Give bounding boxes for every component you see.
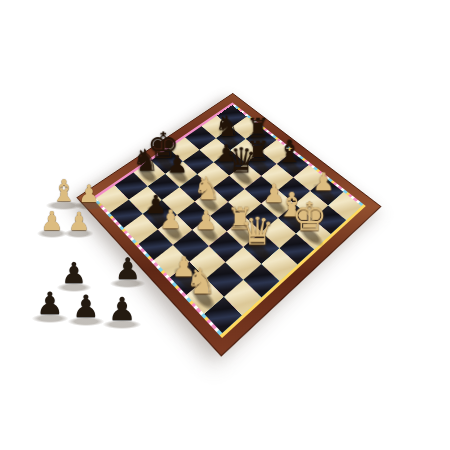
piece-wN-d5[interactable]: ♞ xyxy=(187,173,229,204)
captured-black-p: ♟ xyxy=(115,254,142,284)
captured-black-p: ♟ xyxy=(61,259,87,288)
captured-black-p: ♟ xyxy=(108,293,137,325)
piece-wN-a2[interactable]: ♞ xyxy=(177,264,225,299)
captured-white-p: ♟ xyxy=(68,209,90,234)
piece-wQ-d2[interactable]: ♛ xyxy=(235,212,280,250)
captured-white-p: ♟ xyxy=(78,182,100,206)
captured-white-p: ♟ xyxy=(40,208,63,234)
captured-black-p: ♟ xyxy=(72,291,100,322)
captured-black-p: ♟ xyxy=(36,288,64,319)
captured-white-b: ♝ xyxy=(51,176,78,206)
piece-bB-h4[interactable]: ♝ xyxy=(270,135,310,166)
chess-photo-stage: ♜♝♟♞♜♟♛♟♝♚♚♟♞♜♛♞♟♟♟♟♞ ♝♟♟♟ ♟♟♟♟♟ xyxy=(0,0,450,450)
piece-wK-f1[interactable]: ♚ xyxy=(288,197,332,237)
